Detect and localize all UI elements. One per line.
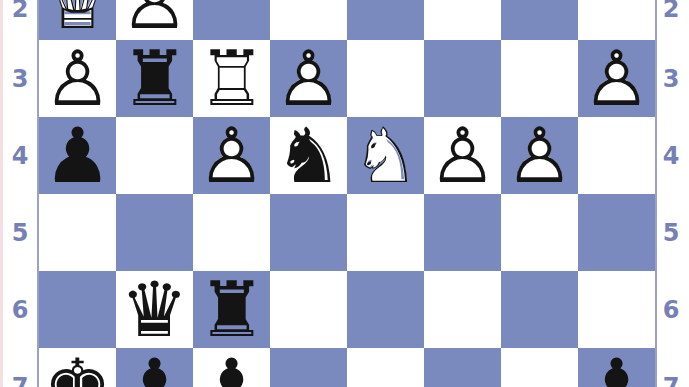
piece-outline-glyph: ♙ <box>424 117 501 194</box>
square-h6[interactable] <box>39 271 116 348</box>
square-d6[interactable] <box>347 271 424 348</box>
piece-fill-glyph: ♛ <box>40 0 115 39</box>
square-e3[interactable]: ♟♙ <box>270 40 347 117</box>
square-e6[interactable] <box>270 271 347 348</box>
square-b2[interactable] <box>501 0 578 40</box>
piece-fill-glyph: ♟ <box>40 41 115 116</box>
square-b6[interactable] <box>501 271 578 348</box>
white-queen-h2[interactable]: ♛♕ <box>39 0 116 40</box>
square-c7[interactable] <box>424 348 501 387</box>
white-rook-f3[interactable]: ♜♖ <box>193 40 270 117</box>
square-a4[interactable] <box>578 117 655 194</box>
square-d3[interactable] <box>347 40 424 117</box>
rank-label-right-2: 2 <box>658 0 684 23</box>
black-queen-g6[interactable]: ♛ <box>116 271 193 348</box>
rank-label-left-5: 5 <box>7 219 33 247</box>
square-g2[interactable]: ♟♙ <box>116 0 193 40</box>
rank-label-left-4: 4 <box>7 142 33 170</box>
square-g3[interactable]: ♜ <box>116 40 193 117</box>
square-b3[interactable] <box>501 40 578 117</box>
square-g5[interactable] <box>116 194 193 271</box>
piece-fill-glyph: ♚ <box>39 348 116 387</box>
rank-label-right-6: 6 <box>658 296 684 324</box>
square-e2[interactable] <box>270 0 347 40</box>
piece-fill-glyph: ♞ <box>348 118 423 193</box>
square-d2[interactable] <box>347 0 424 40</box>
rank-label-left-2: 2 <box>7 0 33 23</box>
white-pawn-f4[interactable]: ♟♙ <box>193 117 270 194</box>
square-g6[interactable]: ♛ <box>116 271 193 348</box>
white-pawn-g2[interactable]: ♟♙ <box>116 0 193 40</box>
square-a5[interactable] <box>578 194 655 271</box>
piece-fill-glyph: ♛ <box>116 271 193 348</box>
black-pawn-g7[interactable]: ♟ <box>116 348 193 387</box>
square-h3[interactable]: ♟♙ <box>39 40 116 117</box>
piece-fill-glyph: ♟ <box>116 348 193 387</box>
square-f4[interactable]: ♟♙ <box>193 117 270 194</box>
piece-outline-glyph: ♘ <box>347 117 424 194</box>
piece-fill-glyph: ♟ <box>579 41 654 116</box>
rank-label-left-7: 7 <box>7 373 33 387</box>
piece-outline-glyph: ♙ <box>39 40 116 117</box>
square-a2[interactable] <box>578 0 655 40</box>
white-knight-d4[interactable]: ♞♘ <box>347 117 424 194</box>
piece-fill-glyph: ♟ <box>39 117 116 194</box>
black-knight-e4[interactable]: ♞ <box>270 117 347 194</box>
square-d4[interactable]: ♞♘ <box>347 117 424 194</box>
black-pawn-h4[interactable]: ♟ <box>39 117 116 194</box>
rank-label-left-3: 3 <box>7 65 33 93</box>
square-h5[interactable] <box>39 194 116 271</box>
square-g7[interactable]: ♟ <box>116 348 193 387</box>
rank-label-right-3: 3 <box>658 65 684 93</box>
square-e7[interactable] <box>270 348 347 387</box>
square-c4[interactable]: ♟♙ <box>424 117 501 194</box>
white-pawn-c4[interactable]: ♟♙ <box>424 117 501 194</box>
page: ♛♕♟♙♟♙♜♜♖♟♙♟♙♟♟♙♞♞♘♟♙♟♙♛♜♚♟♟♟ 2233445566… <box>0 0 689 387</box>
black-king-h7[interactable]: ♚ <box>39 348 116 387</box>
piece-fill-glyph: ♞ <box>270 117 347 194</box>
rank-label-right-5: 5 <box>658 219 684 247</box>
piece-fill-glyph: ♟ <box>117 0 192 39</box>
piece-fill-glyph: ♟ <box>193 348 270 387</box>
piece-outline-glyph: ♕ <box>39 0 116 40</box>
piece-outline-glyph: ♙ <box>193 117 270 194</box>
piece-fill-glyph: ♟ <box>271 41 346 116</box>
square-g4[interactable] <box>116 117 193 194</box>
white-pawn-a3[interactable]: ♟♙ <box>578 40 655 117</box>
piece-fill-glyph: ♜ <box>194 41 269 116</box>
piece-fill-glyph: ♟ <box>425 118 500 193</box>
square-f2[interactable] <box>193 0 270 40</box>
square-c5[interactable] <box>424 194 501 271</box>
piece-fill-glyph: ♜ <box>193 271 270 348</box>
piece-outline-glyph: ♙ <box>116 0 193 40</box>
square-a6[interactable] <box>578 271 655 348</box>
piece-outline-glyph: ♙ <box>501 117 578 194</box>
piece-outline-glyph: ♖ <box>193 40 270 117</box>
piece-outline-glyph: ♙ <box>578 40 655 117</box>
rank-label-left-6: 6 <box>7 296 33 324</box>
black-rook-f6[interactable]: ♜ <box>193 271 270 348</box>
black-pawn-a7[interactable]: ♟ <box>578 348 655 387</box>
white-pawn-b4[interactable]: ♟♙ <box>501 117 578 194</box>
square-e5[interactable] <box>270 194 347 271</box>
white-pawn-e3[interactable]: ♟♙ <box>270 40 347 117</box>
piece-fill-glyph: ♜ <box>116 40 193 117</box>
piece-fill-glyph: ♟ <box>578 348 655 387</box>
square-h7[interactable]: ♚ <box>39 348 116 387</box>
square-e4[interactable]: ♞ <box>270 117 347 194</box>
square-b4[interactable]: ♟♙ <box>501 117 578 194</box>
square-f3[interactable]: ♜♖ <box>193 40 270 117</box>
piece-fill-glyph: ♟ <box>502 118 577 193</box>
piece-outline-glyph: ♙ <box>270 40 347 117</box>
white-pawn-h3[interactable]: ♟♙ <box>39 40 116 117</box>
square-c6[interactable] <box>424 271 501 348</box>
square-b7[interactable] <box>501 348 578 387</box>
rank-label-right-4: 4 <box>658 142 684 170</box>
square-c2[interactable] <box>424 0 501 40</box>
square-f5[interactable] <box>193 194 270 271</box>
square-a3[interactable]: ♟♙ <box>578 40 655 117</box>
square-b5[interactable] <box>501 194 578 271</box>
piece-fill-glyph: ♟ <box>194 118 269 193</box>
square-f7[interactable]: ♟ <box>193 348 270 387</box>
black-pawn-f7[interactable]: ♟ <box>193 348 270 387</box>
square-a7[interactable]: ♟ <box>578 348 655 387</box>
square-d5[interactable] <box>347 194 424 271</box>
black-rook-g3[interactable]: ♜ <box>116 40 193 117</box>
square-h4[interactable]: ♟ <box>39 117 116 194</box>
square-f6[interactable]: ♜ <box>193 271 270 348</box>
square-h2[interactable]: ♛♕ <box>39 0 116 40</box>
chess-board: ♛♕♟♙♟♙♜♜♖♟♙♟♙♟♟♙♞♞♘♟♙♟♙♛♜♚♟♟♟ <box>37 0 657 387</box>
square-d7[interactable] <box>347 348 424 387</box>
left-edge-tint <box>0 0 3 387</box>
square-c3[interactable] <box>424 40 501 117</box>
rank-label-right-7: 7 <box>658 373 684 387</box>
